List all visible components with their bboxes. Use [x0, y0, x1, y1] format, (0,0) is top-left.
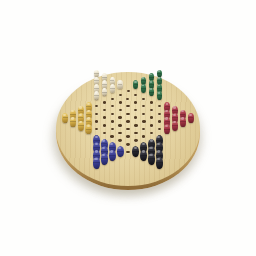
- peg-yellow[interactable]: [70, 117, 76, 127]
- peg-red[interactable]: [172, 121, 179, 131]
- peg-red[interactable]: [188, 113, 194, 123]
- peg-blue[interactable]: [109, 150, 116, 161]
- board-hole[interactable]: [119, 94, 122, 96]
- peg-blue[interactable]: [117, 146, 124, 157]
- board-hole[interactable]: [127, 90, 130, 92]
- board-hole[interactable]: [118, 124, 122, 127]
- board-hole[interactable]: [158, 120, 162, 123]
- board-hole[interactable]: [142, 120, 146, 123]
- peg-black[interactable]: [156, 157, 164, 169]
- board-hole[interactable]: [134, 139, 138, 142]
- board-hole[interactable]: [103, 124, 107, 127]
- board-hole[interactable]: [134, 132, 138, 135]
- board-hole[interactable]: [103, 101, 106, 103]
- peg-yellow[interactable]: [78, 121, 85, 131]
- peg-red[interactable]: [180, 117, 186, 127]
- board-hole[interactable]: [150, 116, 153, 119]
- board-hole[interactable]: [103, 116, 106, 119]
- board-hole[interactable]: [134, 124, 138, 127]
- board-hole[interactable]: [126, 135, 130, 138]
- board-hole[interactable]: [142, 98, 145, 100]
- board-hole[interactable]: [150, 101, 153, 103]
- board-hole[interactable]: [126, 120, 130, 123]
- chinese-checkers-photo: [0, 0, 256, 256]
- board-hole[interactable]: [119, 101, 122, 103]
- peg-blue[interactable]: [101, 153, 109, 165]
- peg-green[interactable]: [157, 91, 163, 100]
- peg-white[interactable]: [110, 84, 116, 93]
- peg-black[interactable]: [148, 153, 156, 165]
- board-hole[interactable]: [111, 98, 114, 100]
- peg-white[interactable]: [117, 80, 122, 88]
- board-hole[interactable]: [126, 113, 129, 116]
- board-hole[interactable]: [118, 116, 121, 119]
- peg-green[interactable]: [141, 84, 147, 93]
- board-hole[interactable]: [111, 120, 115, 123]
- board-hole[interactable]: [150, 124, 154, 127]
- board-hole[interactable]: [126, 143, 130, 146]
- board-hole[interactable]: [118, 139, 122, 142]
- peg-blue[interactable]: [93, 157, 101, 169]
